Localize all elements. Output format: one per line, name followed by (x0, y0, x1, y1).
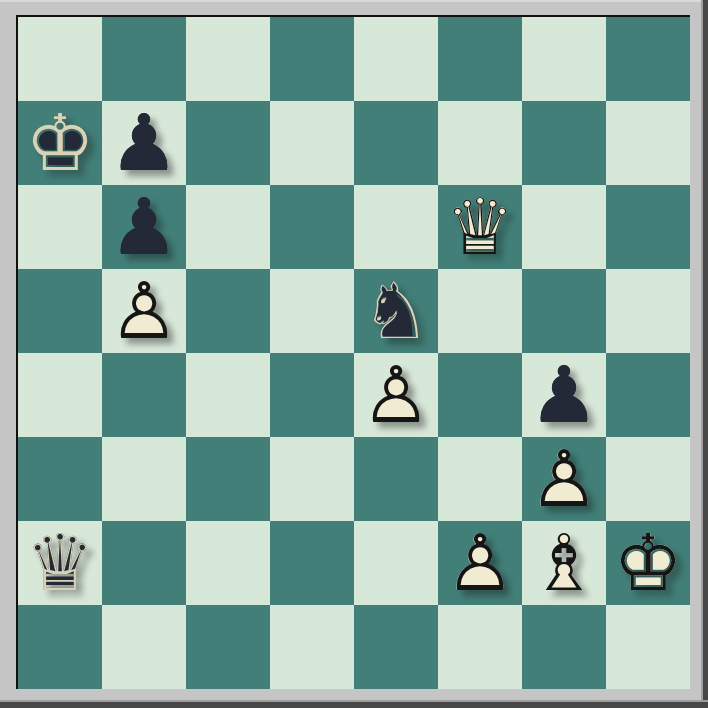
square-d7[interactable] (270, 101, 354, 185)
square-c4[interactable] (186, 353, 270, 437)
square-c6[interactable] (186, 185, 270, 269)
square-e1[interactable] (354, 605, 438, 689)
square-h1[interactable] (606, 605, 690, 689)
square-d3[interactable] (270, 437, 354, 521)
square-g8[interactable] (522, 17, 606, 101)
square-f5[interactable] (438, 269, 522, 353)
piece-black-pawn[interactable]: ♟♙ (102, 185, 186, 269)
square-f8[interactable] (438, 17, 522, 101)
square-d4[interactable] (270, 353, 354, 437)
black-pawn-detail-glyph: ♙ (522, 353, 606, 437)
black-king-detail-glyph: ♔ (18, 101, 102, 185)
square-d1[interactable] (270, 605, 354, 689)
white-queen-detail-glyph: ♕ (438, 185, 522, 269)
square-h4[interactable] (606, 353, 690, 437)
square-a4[interactable] (18, 353, 102, 437)
white-pawn-detail-glyph: ♙ (522, 437, 606, 521)
square-h8[interactable] (606, 17, 690, 101)
square-g2[interactable]: ♝♗ (522, 521, 606, 605)
square-h5[interactable] (606, 269, 690, 353)
square-g3[interactable]: ♟♙ (522, 437, 606, 521)
square-a7[interactable]: ♚♔ (18, 101, 102, 185)
piece-white-bishop[interactable]: ♝♗ (522, 521, 606, 605)
square-f6[interactable]: ♛♕ (438, 185, 522, 269)
square-h7[interactable] (606, 101, 690, 185)
piece-black-knight[interactable]: ♞♘ (354, 269, 438, 353)
square-f1[interactable] (438, 605, 522, 689)
window-edge-bottom (0, 702, 708, 708)
square-h3[interactable] (606, 437, 690, 521)
square-b2[interactable] (102, 521, 186, 605)
white-pawn-detail-glyph: ♙ (438, 521, 522, 605)
piece-black-pawn[interactable]: ♟♙ (102, 101, 186, 185)
square-c8[interactable] (186, 17, 270, 101)
square-f2[interactable]: ♟♙ (438, 521, 522, 605)
square-f4[interactable] (438, 353, 522, 437)
square-g5[interactable] (522, 269, 606, 353)
piece-black-king[interactable]: ♚♔ (18, 101, 102, 185)
square-b5[interactable]: ♟♙ (102, 269, 186, 353)
square-g4[interactable]: ♟♙ (522, 353, 606, 437)
piece-white-pawn[interactable]: ♟♙ (354, 353, 438, 437)
square-e2[interactable] (354, 521, 438, 605)
square-g6[interactable] (522, 185, 606, 269)
square-d2[interactable] (270, 521, 354, 605)
square-f7[interactable] (438, 101, 522, 185)
square-c5[interactable] (186, 269, 270, 353)
square-b4[interactable] (102, 353, 186, 437)
square-b3[interactable] (102, 437, 186, 521)
black-queen-detail-glyph: ♕ (18, 521, 102, 605)
white-king-detail-glyph: ♔ (606, 521, 690, 605)
black-knight-detail-glyph: ♘ (354, 269, 438, 353)
square-e4[interactable]: ♟♙ (354, 353, 438, 437)
square-c2[interactable] (186, 521, 270, 605)
square-b6[interactable]: ♟♙ (102, 185, 186, 269)
piece-white-pawn[interactable]: ♟♙ (438, 521, 522, 605)
square-e7[interactable] (354, 101, 438, 185)
black-pawn-detail-glyph: ♙ (102, 101, 186, 185)
chess-board[interactable]: ♚♔♟♙♟♙♛♕♟♙♞♘♟♙♟♙♟♙♛♕♟♙♝♗♚♔ (18, 17, 690, 689)
square-g1[interactable] (522, 605, 606, 689)
square-e3[interactable] (354, 437, 438, 521)
square-f3[interactable] (438, 437, 522, 521)
square-b1[interactable] (102, 605, 186, 689)
white-pawn-detail-glyph: ♙ (354, 353, 438, 437)
square-c7[interactable] (186, 101, 270, 185)
piece-white-pawn[interactable]: ♟♙ (522, 437, 606, 521)
square-a5[interactable] (18, 269, 102, 353)
square-e6[interactable] (354, 185, 438, 269)
square-g7[interactable] (522, 101, 606, 185)
square-a2[interactable]: ♛♕ (18, 521, 102, 605)
square-e8[interactable] (354, 17, 438, 101)
piece-white-queen[interactable]: ♛♕ (438, 185, 522, 269)
square-a8[interactable] (18, 17, 102, 101)
square-b7[interactable]: ♟♙ (102, 101, 186, 185)
square-e5[interactable]: ♞♘ (354, 269, 438, 353)
square-c1[interactable] (186, 605, 270, 689)
piece-white-king[interactable]: ♚♔ (606, 521, 690, 605)
square-a1[interactable] (18, 605, 102, 689)
square-d6[interactable] (270, 185, 354, 269)
piece-black-pawn[interactable]: ♟♙ (522, 353, 606, 437)
black-pawn-detail-glyph: ♙ (102, 185, 186, 269)
square-h6[interactable] (606, 185, 690, 269)
white-pawn-detail-glyph: ♙ (102, 269, 186, 353)
white-bishop-detail-glyph: ♗ (522, 521, 606, 605)
window-edge-right (703, 0, 708, 708)
square-d8[interactable] (270, 17, 354, 101)
square-a6[interactable] (18, 185, 102, 269)
square-a3[interactable] (18, 437, 102, 521)
piece-black-queen[interactable]: ♛♕ (18, 521, 102, 605)
square-b8[interactable] (102, 17, 186, 101)
piece-white-pawn[interactable]: ♟♙ (102, 269, 186, 353)
chess-window: ♚♔♟♙♟♙♛♕♟♙♞♘♟♙♟♙♟♙♛♕♟♙♝♗♚♔ (0, 0, 708, 708)
window-edge-highlight (0, 0, 708, 2)
square-d5[interactable] (270, 269, 354, 353)
square-h2[interactable]: ♚♔ (606, 521, 690, 605)
square-c3[interactable] (186, 437, 270, 521)
